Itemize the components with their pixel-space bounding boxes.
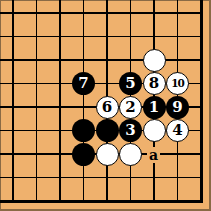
grid-line-horizontal xyxy=(0,36,203,38)
grid-line-vertical xyxy=(83,0,85,203)
stone-black-5: 5 xyxy=(119,72,142,95)
grid-line-horizontal xyxy=(0,177,203,179)
stone-black-1: 1 xyxy=(143,96,166,119)
stone-white-2: 2 xyxy=(119,96,142,119)
stone-white-8: 8 xyxy=(143,72,166,95)
stone-black xyxy=(96,119,119,142)
stone-white xyxy=(143,49,166,72)
grid-line-vertical xyxy=(36,0,38,203)
point-label-a: a xyxy=(147,147,160,163)
grid-line-vertical xyxy=(200,0,203,203)
stone-black-7: 7 xyxy=(72,72,95,95)
grid-line-horizontal xyxy=(0,200,203,203)
stone-black-3: 3 xyxy=(119,119,142,142)
grid-line-vertical xyxy=(59,0,61,203)
stone-white-4: 4 xyxy=(166,119,189,142)
go-board: 75810621934a xyxy=(0,0,211,211)
stone-black xyxy=(72,119,95,142)
stone-white xyxy=(119,143,142,166)
stone-black xyxy=(72,143,95,166)
stone-black-9: 9 xyxy=(166,96,189,119)
grid-line-horizontal xyxy=(0,59,203,61)
stone-white xyxy=(143,119,166,142)
grid-line-horizontal xyxy=(0,12,203,14)
stone-white-10: 10 xyxy=(166,72,189,95)
stone-white xyxy=(96,143,119,166)
stone-white-6: 6 xyxy=(96,96,119,119)
grid-line-vertical xyxy=(12,0,14,203)
